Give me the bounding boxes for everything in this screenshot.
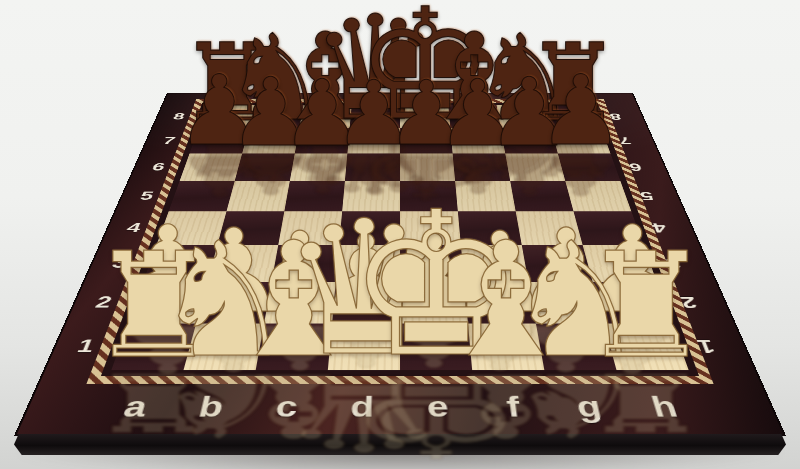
square-a5[interactable] <box>169 181 235 211</box>
square-d7[interactable] <box>347 128 400 153</box>
square-h7[interactable] <box>551 128 610 153</box>
square-f3[interactable] <box>461 245 529 282</box>
square-g1[interactable] <box>536 324 617 371</box>
square-a8[interactable] <box>199 105 256 128</box>
square-e2[interactable] <box>400 282 468 324</box>
rank-label-left-4: 4 <box>124 220 143 235</box>
board-side-edge <box>14 434 786 455</box>
square-a7[interactable] <box>190 128 249 153</box>
file-label-d: d <box>349 391 374 424</box>
file-label-g: g <box>574 391 605 424</box>
square-g8[interactable] <box>497 105 552 128</box>
square-b5[interactable] <box>226 181 289 211</box>
file-label-e: e <box>426 391 449 424</box>
file-label-h: h <box>648 391 682 424</box>
rank-label-left-2: 2 <box>92 293 114 312</box>
square-d3[interactable] <box>336 245 400 282</box>
rank-label-left-5: 5 <box>138 189 156 203</box>
square-g3[interactable] <box>522 245 593 282</box>
file-label-b: b <box>195 391 226 424</box>
square-g7[interactable] <box>501 128 558 153</box>
rank-label-left-6: 6 <box>150 161 167 174</box>
square-d6[interactable] <box>345 153 400 181</box>
square-c4[interactable] <box>278 211 342 244</box>
square-f8[interactable] <box>448 105 500 128</box>
rank-label-left-1: 1 <box>74 336 98 357</box>
square-d5[interactable] <box>342 181 400 211</box>
square-e3[interactable] <box>400 245 464 282</box>
square-e6[interactable] <box>400 153 455 181</box>
square-c7[interactable] <box>295 128 350 153</box>
square-h4[interactable] <box>574 211 644 244</box>
square-c8[interactable] <box>299 105 351 128</box>
square-h3[interactable] <box>583 245 657 282</box>
square-h5[interactable] <box>565 181 631 211</box>
square-h8[interactable] <box>545 105 602 128</box>
square-a3[interactable] <box>143 245 217 282</box>
square-c5[interactable] <box>284 181 345 211</box>
square-f5[interactable] <box>455 181 516 211</box>
square-c6[interactable] <box>290 153 348 181</box>
square-g4[interactable] <box>516 211 583 244</box>
square-c1[interactable] <box>256 324 332 371</box>
playing-area <box>111 105 688 370</box>
chess-board: a88b77c66d55e44f33g22h11 <box>17 93 783 434</box>
square-g5[interactable] <box>510 181 573 211</box>
square-f6[interactable] <box>453 153 511 181</box>
square-d1[interactable] <box>328 324 400 371</box>
rank-label-left-8: 8 <box>171 111 186 122</box>
square-c2[interactable] <box>264 282 336 324</box>
square-c3[interactable] <box>272 245 340 282</box>
square-b4[interactable] <box>217 211 284 244</box>
square-d8[interactable] <box>350 105 400 128</box>
square-a4[interactable] <box>157 211 227 244</box>
square-f2[interactable] <box>464 282 536 324</box>
square-d4[interactable] <box>339 211 400 244</box>
square-e5[interactable] <box>400 181 458 211</box>
square-b3[interactable] <box>207 245 278 282</box>
square-f7[interactable] <box>450 128 505 153</box>
rank-label-right-8: 8 <box>608 111 623 122</box>
square-e7[interactable] <box>400 128 453 153</box>
square-b1[interactable] <box>183 324 264 371</box>
square-g2[interactable] <box>528 282 603 324</box>
rank-label-left-7: 7 <box>161 135 177 147</box>
square-b2[interactable] <box>196 282 271 324</box>
square-h6[interactable] <box>558 153 621 181</box>
square-a2[interactable] <box>128 282 207 324</box>
square-a6[interactable] <box>180 153 243 181</box>
photo-backdrop: a88b77c66d55e44f33g22h11 ♜♜♞♞♝♝♛♛♚♚♝♝♞♞♜… <box>0 0 800 469</box>
square-e1[interactable] <box>400 324 472 371</box>
square-e8[interactable] <box>400 105 450 128</box>
square-e4[interactable] <box>400 211 461 244</box>
square-g6[interactable] <box>505 153 565 181</box>
square-b8[interactable] <box>249 105 304 128</box>
square-f1[interactable] <box>468 324 544 371</box>
square-d2[interactable] <box>332 282 400 324</box>
square-f4[interactable] <box>458 211 522 244</box>
rank-label-left-3: 3 <box>109 255 130 272</box>
board-frame: a88b77c66d55e44f33g22h11 <box>17 93 783 434</box>
file-label-c: c <box>273 391 299 424</box>
file-label-f: f <box>505 391 522 424</box>
file-label-a: a <box>119 391 151 424</box>
square-b7[interactable] <box>242 128 299 153</box>
square-b6[interactable] <box>235 153 295 181</box>
